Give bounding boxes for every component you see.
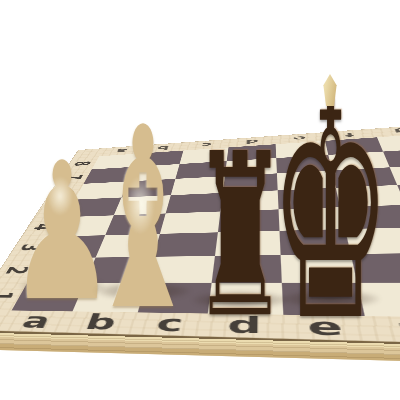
piece-black-king-d1: ♚ (180, 63, 400, 363)
black-king-glyph: ♚ (269, 63, 390, 363)
wood-gloss-highlight (125, 175, 155, 235)
chess-set-photo: aabbccddeeffgghh12345678 ♟♝♜♚ (0, 0, 400, 400)
pieces-layer: ♟♝♜♚ (0, 0, 400, 400)
wood-gloss-highlight (47, 176, 73, 216)
